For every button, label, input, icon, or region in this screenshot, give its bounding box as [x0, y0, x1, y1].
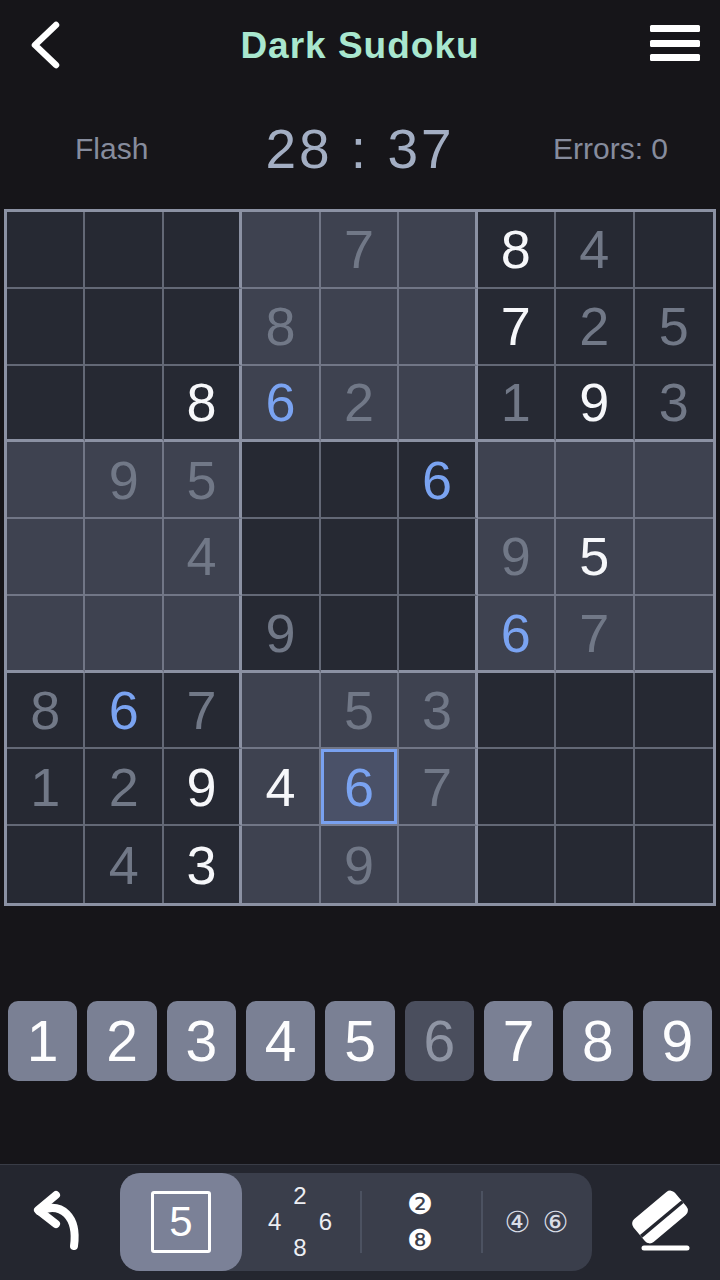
cell-r8c4[interactable]: 4 — [242, 749, 320, 826]
cell-r6c6[interactable] — [399, 596, 477, 673]
cell-r2c1[interactable] — [7, 289, 85, 366]
cell-r4c1[interactable] — [7, 442, 85, 519]
normal-mode-icon: 5 — [151, 1191, 211, 1253]
cell-r7c9[interactable] — [635, 673, 713, 750]
cell-r4c6[interactable]: 6 — [399, 442, 477, 519]
cell-r5c8[interactable]: 5 — [556, 519, 634, 596]
hamburger-icon — [650, 25, 700, 32]
cell-r8c3[interactable]: 9 — [164, 749, 242, 826]
cell-r8c7[interactable] — [478, 749, 556, 826]
cell-r1c1[interactable] — [7, 212, 85, 289]
cell-r7c6[interactable]: 3 — [399, 673, 477, 750]
number-pad: 123456789 — [8, 1001, 712, 1081]
cell-r3c8[interactable]: 9 — [556, 366, 634, 443]
numpad-key-5[interactable]: 5 — [325, 1001, 394, 1081]
numpad-key-6[interactable]: 6 — [405, 1001, 474, 1081]
cell-r2c2[interactable] — [85, 289, 163, 366]
cell-r6c8[interactable]: 7 — [556, 596, 634, 673]
cell-r3c5[interactable]: 2 — [321, 366, 399, 443]
cell-r3c1[interactable] — [7, 366, 85, 443]
cell-r9c2[interactable]: 4 — [85, 826, 163, 903]
numpad-key-4[interactable]: 4 — [246, 1001, 315, 1081]
cell-r2c8[interactable]: 2 — [556, 289, 634, 366]
mode-normal-button[interactable]: 5 — [120, 1173, 242, 1271]
cell-r2c6[interactable] — [399, 289, 477, 366]
cell-r5c7[interactable]: 9 — [478, 519, 556, 596]
cell-r8c5[interactable]: 6 — [321, 749, 399, 826]
eraser-button[interactable] — [626, 1187, 694, 1257]
cell-r7c1[interactable]: 8 — [7, 673, 85, 750]
cell-r8c6[interactable]: 7 — [399, 749, 477, 826]
cell-r2c9[interactable]: 5 — [635, 289, 713, 366]
cell-r9c5[interactable]: 9 — [321, 826, 399, 903]
cell-r8c1[interactable]: 1 — [7, 749, 85, 826]
cell-r5c2[interactable] — [85, 519, 163, 596]
cell-r2c7[interactable]: 7 — [478, 289, 556, 366]
cell-r7c3[interactable]: 7 — [164, 673, 242, 750]
cell-r1c6[interactable] — [399, 212, 477, 289]
cell-r9c7[interactable] — [478, 826, 556, 903]
cell-r8c9[interactable] — [635, 749, 713, 826]
cell-r9c8[interactable] — [556, 826, 634, 903]
dark-sudoku-app: Dark Sudoku Flash 28 : 37 Errors: 0 7848… — [0, 0, 720, 1280]
cell-r4c9[interactable] — [635, 442, 713, 519]
circled-digit-icon: ④ — [505, 1208, 531, 1237]
numpad-key-1[interactable]: 1 — [8, 1001, 77, 1081]
cell-r4c5[interactable] — [321, 442, 399, 519]
cell-r6c3[interactable] — [164, 596, 242, 673]
cell-r3c4[interactable]: 6 — [242, 366, 320, 443]
cell-r3c6[interactable] — [399, 366, 477, 443]
numpad-key-9[interactable]: 9 — [643, 1001, 712, 1081]
corner-note-digit: 2 — [293, 1182, 306, 1210]
cell-r1c7[interactable]: 8 — [478, 212, 556, 289]
cell-r4c8[interactable] — [556, 442, 634, 519]
cell-r5c5[interactable] — [321, 519, 399, 596]
cell-r3c9[interactable]: 3 — [635, 366, 713, 443]
cell-r6c1[interactable] — [7, 596, 85, 673]
cell-r5c6[interactable] — [399, 519, 477, 596]
cell-r8c2[interactable]: 2 — [85, 749, 163, 826]
filled-circle-digit-icon: ❽ — [407, 1226, 433, 1255]
mode-corner-notes-button[interactable]: 2 4 6 8 — [252, 1173, 348, 1271]
cell-r5c1[interactable] — [7, 519, 85, 596]
cell-r6c4[interactable]: 9 — [242, 596, 320, 673]
cell-r7c2[interactable]: 6 — [85, 673, 163, 750]
numpad-key-8[interactable]: 8 — [563, 1001, 632, 1081]
cell-r2c4[interactable]: 8 — [242, 289, 320, 366]
undo-button[interactable] — [28, 1189, 90, 1255]
cell-r9c6[interactable] — [399, 826, 477, 903]
cell-r7c7[interactable] — [478, 673, 556, 750]
cell-r3c2[interactable] — [85, 366, 163, 443]
cell-r6c9[interactable] — [635, 596, 713, 673]
cell-r7c4[interactable] — [242, 673, 320, 750]
status-bar: Flash 28 : 37 Errors: 0 — [0, 112, 720, 186]
sudoku-board: 784872586219395649596786753129467439 — [4, 209, 716, 906]
undo-arrow-icon — [28, 1189, 90, 1255]
divider — [360, 1191, 362, 1253]
eraser-icon — [626, 1187, 694, 1257]
cell-r9c3[interactable]: 3 — [164, 826, 242, 903]
cell-r5c4[interactable] — [242, 519, 320, 596]
cell-r7c5[interactable]: 5 — [321, 673, 399, 750]
corner-note-digit: 4 — [268, 1208, 281, 1236]
cell-r6c2[interactable] — [85, 596, 163, 673]
cell-r8c8[interactable] — [556, 749, 634, 826]
corner-note-digit: 8 — [293, 1234, 306, 1262]
cell-r9c9[interactable] — [635, 826, 713, 903]
corner-note-digit: 6 — [319, 1208, 332, 1236]
header: Dark Sudoku — [0, 0, 720, 92]
numpad-key-7[interactable]: 7 — [484, 1001, 553, 1081]
filled-circle-digit-icon: ❷ — [407, 1190, 433, 1219]
cell-r1c3[interactable] — [164, 212, 242, 289]
cell-r1c5[interactable]: 7 — [321, 212, 399, 289]
circled-digit-icon: ⑥ — [543, 1208, 569, 1237]
numpad-key-2[interactable]: 2 — [87, 1001, 156, 1081]
cell-r7c8[interactable] — [556, 673, 634, 750]
cell-r3c3[interactable]: 8 — [164, 366, 242, 443]
page-title: Dark Sudoku — [0, 0, 720, 92]
cell-r4c7[interactable] — [478, 442, 556, 519]
mode-circled-notes-button[interactable]: ④ ⑥ — [481, 1173, 592, 1271]
cell-r2c3[interactable] — [164, 289, 242, 366]
cell-r1c9[interactable] — [635, 212, 713, 289]
cell-r4c2[interactable]: 9 — [85, 442, 163, 519]
bottom-toolbar: 5 2 4 6 8 ❷ ❽ ④ ⑥ — [0, 1164, 720, 1280]
cell-r4c4[interactable] — [242, 442, 320, 519]
cell-r2c5[interactable] — [321, 289, 399, 366]
errors-counter: Errors: 0 — [553, 132, 668, 166]
mode-filled-notes-button[interactable]: ❷ ❽ — [372, 1173, 468, 1271]
cell-r3c7[interactable]: 1 — [478, 366, 556, 443]
cell-r6c7[interactable]: 6 — [478, 596, 556, 673]
numpad-key-3[interactable]: 3 — [167, 1001, 236, 1081]
cell-r9c4[interactable] — [242, 826, 320, 903]
normal-mode-digit: 5 — [169, 1198, 192, 1246]
cell-r5c3[interactable]: 4 — [164, 519, 242, 596]
cell-r6c5[interactable] — [321, 596, 399, 673]
cell-r1c4[interactable] — [242, 212, 320, 289]
cell-r1c2[interactable] — [85, 212, 163, 289]
cell-r1c8[interactable]: 4 — [556, 212, 634, 289]
cell-r9c1[interactable] — [7, 826, 85, 903]
cell-r4c3[interactable]: 5 — [164, 442, 242, 519]
input-mode-panel: 5 2 4 6 8 ❷ ❽ ④ ⑥ — [120, 1173, 592, 1271]
menu-button[interactable] — [650, 25, 700, 61]
cell-r5c9[interactable] — [635, 519, 713, 596]
